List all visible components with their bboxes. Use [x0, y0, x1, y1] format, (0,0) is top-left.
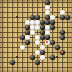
black-stone	[50, 55, 55, 60]
black-stone	[35, 60, 40, 65]
white-stone	[40, 55, 45, 60]
black-stone	[40, 30, 45, 35]
black-stone	[65, 15, 70, 20]
white-stone	[30, 30, 35, 35]
black-stone	[40, 25, 45, 30]
black-stone	[40, 35, 45, 40]
black-stone	[40, 50, 45, 55]
black-stone	[25, 25, 30, 30]
black-stone	[45, 20, 50, 25]
white-stone	[60, 10, 65, 15]
black-stone	[60, 35, 65, 40]
white-stone	[30, 20, 35, 25]
white-stone	[25, 20, 30, 25]
white-stone	[50, 15, 55, 20]
white-stone	[45, 10, 50, 15]
white-stone	[35, 50, 40, 55]
black-stone	[10, 60, 15, 65]
black-stone	[60, 30, 65, 35]
black-stone	[50, 25, 55, 30]
last-move-marker	[61, 51, 63, 53]
black-stone	[30, 15, 35, 20]
black-stone	[50, 20, 55, 25]
white-stone	[35, 40, 40, 45]
black-stone	[25, 30, 30, 35]
black-stone	[60, 15, 65, 20]
black-stone	[45, 35, 50, 40]
black-stone	[35, 15, 40, 20]
black-stone	[55, 45, 60, 50]
white-stone	[20, 45, 25, 50]
white-stone	[40, 45, 45, 50]
black-stone	[20, 35, 25, 40]
white-stone	[45, 5, 50, 10]
stones-layer	[0, 0, 72, 72]
white-stone	[35, 35, 40, 40]
black-stone	[45, 0, 50, 5]
black-stone	[30, 55, 35, 60]
white-stone	[45, 30, 50, 35]
white-stone	[35, 25, 40, 30]
black-stone	[45, 15, 50, 20]
last-move-marker	[46, 41, 48, 43]
white-stone	[30, 25, 35, 30]
goban[interactable]	[0, 0, 72, 72]
black-stone	[40, 20, 45, 25]
white-stone	[45, 25, 50, 30]
black-stone	[25, 40, 30, 45]
white-stone	[35, 20, 40, 25]
black-stone	[50, 40, 55, 45]
white-stone	[25, 35, 30, 40]
